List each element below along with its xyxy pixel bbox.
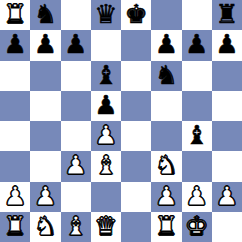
square-c7[interactable]: ♟	[61, 30, 91, 60]
square-a8[interactable]: ♜	[0, 0, 30, 30]
piece-black-pawn[interactable]: ♟	[215, 31, 238, 57]
square-e7[interactable]	[121, 30, 151, 60]
piece-white-pawn[interactable]: ♟	[34, 183, 57, 209]
square-b3[interactable]	[30, 151, 60, 181]
piece-black-knight[interactable]: ♞	[34, 1, 57, 27]
piece-black-king[interactable]: ♚	[124, 1, 147, 27]
square-a6[interactable]	[0, 61, 30, 91]
square-a1[interactable]: ♜	[0, 212, 30, 242]
piece-black-pawn[interactable]: ♟	[155, 31, 178, 57]
square-e6[interactable]	[121, 61, 151, 91]
square-h6[interactable]	[212, 61, 242, 91]
square-e4[interactable]	[121, 121, 151, 151]
square-h3[interactable]	[212, 151, 242, 181]
board-container: ♜♞♛♚♜♟♟♟♟♟♟♝♞♟♟♝♟♝♞♟♟♟♟♟♜♞♝♛♜♚	[0, 0, 242, 242]
piece-white-pawn[interactable]: ♟	[94, 122, 117, 148]
square-f3[interactable]: ♞	[151, 151, 181, 181]
square-g7[interactable]: ♟	[182, 30, 212, 60]
square-f8[interactable]	[151, 0, 181, 30]
square-h1[interactable]	[212, 212, 242, 242]
square-h7[interactable]: ♟	[212, 30, 242, 60]
square-f5[interactable]	[151, 91, 181, 121]
square-b5[interactable]	[30, 91, 60, 121]
piece-white-pawn[interactable]: ♟	[185, 183, 208, 209]
square-g1[interactable]: ♚	[182, 212, 212, 242]
square-c5[interactable]	[61, 91, 91, 121]
square-g6[interactable]	[182, 61, 212, 91]
piece-white-bishop[interactable]: ♝	[64, 213, 87, 239]
piece-white-rook[interactable]: ♜	[3, 1, 26, 27]
square-a7[interactable]: ♟	[0, 30, 30, 60]
square-f4[interactable]	[151, 121, 181, 151]
piece-black-pawn[interactable]: ♟	[3, 31, 26, 57]
square-f1[interactable]: ♜	[151, 212, 181, 242]
square-f2[interactable]: ♟	[151, 182, 181, 212]
square-h5[interactable]	[212, 91, 242, 121]
square-e5[interactable]	[121, 91, 151, 121]
square-f7[interactable]: ♟	[151, 30, 181, 60]
piece-white-pawn[interactable]: ♟	[3, 183, 26, 209]
square-h4[interactable]	[212, 121, 242, 151]
square-d4[interactable]: ♟	[91, 121, 121, 151]
piece-white-knight[interactable]: ♞	[155, 152, 178, 178]
square-d3[interactable]: ♝	[91, 151, 121, 181]
square-a5[interactable]	[0, 91, 30, 121]
piece-white-queen[interactable]: ♛	[94, 213, 117, 239]
square-d6[interactable]: ♝	[91, 61, 121, 91]
square-e1[interactable]	[121, 212, 151, 242]
square-b2[interactable]: ♟	[30, 182, 60, 212]
square-d8[interactable]: ♛	[91, 0, 121, 30]
piece-white-pawn[interactable]: ♟	[155, 183, 178, 209]
square-c8[interactable]	[61, 0, 91, 30]
piece-white-rook[interactable]: ♜	[3, 213, 26, 239]
piece-black-pawn[interactable]: ♟	[34, 31, 57, 57]
piece-black-pawn[interactable]: ♟	[185, 31, 208, 57]
square-g4[interactable]: ♝	[182, 121, 212, 151]
square-b8[interactable]: ♞	[30, 0, 60, 30]
square-c2[interactable]	[61, 182, 91, 212]
square-d5[interactable]: ♟	[91, 91, 121, 121]
piece-black-rook[interactable]: ♜	[215, 1, 238, 27]
square-h8[interactable]: ♜	[212, 0, 242, 30]
square-f6[interactable]: ♞	[151, 61, 181, 91]
piece-black-bishop[interactable]: ♝	[94, 62, 117, 88]
square-h2[interactable]: ♟	[212, 182, 242, 212]
square-g8[interactable]	[182, 0, 212, 30]
piece-white-pawn[interactable]: ♟	[215, 183, 238, 209]
square-g3[interactable]	[182, 151, 212, 181]
square-e8[interactable]: ♚	[121, 0, 151, 30]
piece-white-pawn[interactable]: ♟	[64, 152, 87, 178]
square-d2[interactable]	[91, 182, 121, 212]
square-a4[interactable]	[0, 121, 30, 151]
piece-white-knight[interactable]: ♞	[34, 213, 57, 239]
square-a2[interactable]: ♟	[0, 182, 30, 212]
square-c6[interactable]	[61, 61, 91, 91]
square-e2[interactable]	[121, 182, 151, 212]
square-g2[interactable]: ♟	[182, 182, 212, 212]
piece-black-knight[interactable]: ♞	[155, 62, 178, 88]
piece-black-queen[interactable]: ♛	[94, 1, 117, 27]
square-b1[interactable]: ♞	[30, 212, 60, 242]
square-b6[interactable]	[30, 61, 60, 91]
piece-black-pawn[interactable]: ♟	[64, 31, 87, 57]
square-g5[interactable]	[182, 91, 212, 121]
square-a3[interactable]	[0, 151, 30, 181]
piece-white-rook[interactable]: ♜	[155, 213, 178, 239]
piece-white-king[interactable]: ♚	[185, 213, 208, 239]
piece-white-bishop[interactable]: ♝	[94, 152, 117, 178]
square-e3[interactable]	[121, 151, 151, 181]
square-b4[interactable]	[30, 121, 60, 151]
square-d7[interactable]	[91, 30, 121, 60]
piece-black-pawn[interactable]: ♟	[94, 92, 117, 118]
square-c3[interactable]: ♟	[61, 151, 91, 181]
square-d1[interactable]: ♛	[91, 212, 121, 242]
square-c4[interactable]	[61, 121, 91, 151]
piece-black-bishop[interactable]: ♝	[185, 122, 208, 148]
chess-board: ♜♞♛♚♜♟♟♟♟♟♟♝♞♟♟♝♟♝♞♟♟♟♟♟♜♞♝♛♜♚	[0, 0, 242, 242]
square-c1[interactable]: ♝	[61, 212, 91, 242]
square-b7[interactable]: ♟	[30, 30, 60, 60]
